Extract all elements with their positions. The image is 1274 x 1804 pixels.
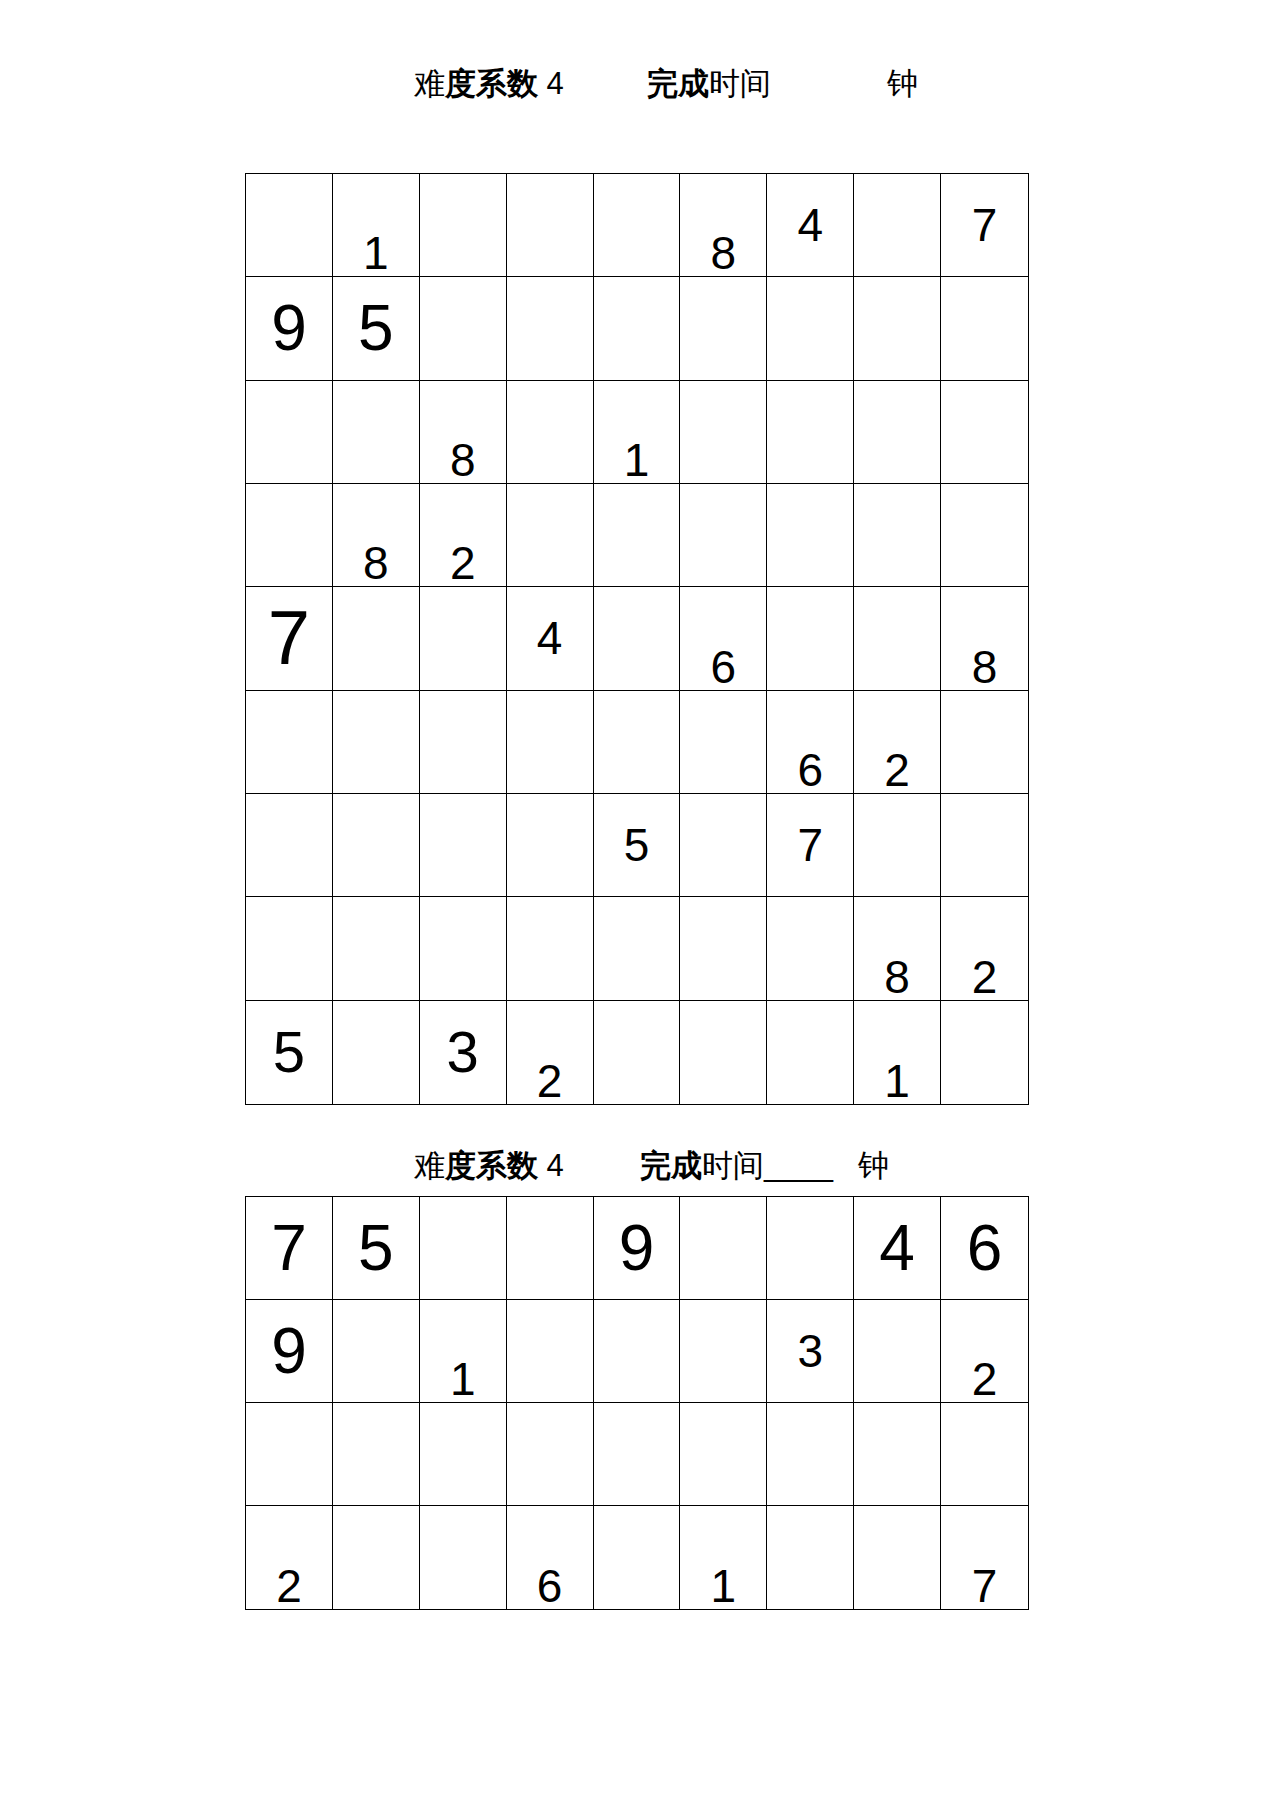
cell-r3c7 xyxy=(767,1403,854,1506)
cell-r3c3: 8 xyxy=(420,381,507,484)
cell-r1c3 xyxy=(420,1197,507,1300)
cell-r5c3 xyxy=(420,587,507,690)
cell-r8c9: 2 xyxy=(941,897,1028,1000)
cell-r4c1 xyxy=(246,484,333,587)
given-digit: 8 xyxy=(711,230,737,276)
cell-r7c7: 7 xyxy=(767,794,854,897)
cell-r2c4 xyxy=(507,277,594,380)
cell-r2c9: 2 xyxy=(941,1300,1028,1403)
cell-r1c7 xyxy=(767,1197,854,1300)
cell-r8c1 xyxy=(246,897,333,1000)
given-digit: 7 xyxy=(972,1563,998,1609)
given-digit: 5 xyxy=(273,1023,305,1081)
cell-r7c5: 5 xyxy=(594,794,681,897)
cell-r4c4: 6 xyxy=(507,1506,594,1609)
cell-r1c4 xyxy=(507,174,594,277)
cell-r2c1: 9 xyxy=(246,1300,333,1403)
given-digit: 8 xyxy=(363,540,389,586)
sudoku-grid-top: 184795818274686257825321 xyxy=(245,173,1029,1105)
cell-r3c8 xyxy=(854,381,941,484)
cell-r3c8 xyxy=(854,1403,941,1506)
cell-r3c7 xyxy=(767,381,854,484)
cell-r4c8 xyxy=(854,484,941,587)
cell-r8c4 xyxy=(507,897,594,1000)
given-digit: 5 xyxy=(358,296,394,360)
sudoku-grid-bottom: 7594691322617 xyxy=(245,1196,1029,1610)
cell-r2c5 xyxy=(594,1300,681,1403)
given-digit: 3 xyxy=(797,1328,823,1374)
minutes-label: 钟 xyxy=(887,67,918,101)
given-digit: 4 xyxy=(797,202,823,248)
cell-r3c4 xyxy=(507,381,594,484)
given-digit: 6 xyxy=(711,644,737,690)
given-digit: 4 xyxy=(879,1216,915,1280)
cell-r4c6 xyxy=(680,484,767,587)
given-digit: 3 xyxy=(447,1023,479,1081)
cell-r1c2: 1 xyxy=(333,174,420,277)
cell-r3c9 xyxy=(941,1403,1028,1506)
cell-r6c9 xyxy=(941,691,1028,794)
cell-r3c6 xyxy=(680,1403,767,1506)
cell-r8c5 xyxy=(594,897,681,1000)
cell-r2c6 xyxy=(680,277,767,380)
cell-r5c8 xyxy=(854,587,941,690)
given-digit: 9 xyxy=(619,1216,655,1280)
cell-r3c3 xyxy=(420,1403,507,1506)
difficulty-label: 难度系数 4 xyxy=(414,67,564,101)
cell-r2c5 xyxy=(594,277,681,380)
cell-r8c7 xyxy=(767,897,854,1000)
cell-r9c3: 3 xyxy=(420,1001,507,1104)
cell-r2c6 xyxy=(680,1300,767,1403)
cell-r8c8: 8 xyxy=(854,897,941,1000)
cell-r1c1 xyxy=(246,174,333,277)
cell-r4c8 xyxy=(854,1506,941,1609)
cell-r1c8: 4 xyxy=(854,1197,941,1300)
given-digit: 6 xyxy=(537,1563,563,1609)
cell-r2c3: 1 xyxy=(420,1300,507,1403)
given-digit: 4 xyxy=(537,615,563,661)
cell-r3c6 xyxy=(680,381,767,484)
cell-r7c1 xyxy=(246,794,333,897)
given-digit: 1 xyxy=(624,437,650,483)
cell-r1c1: 7 xyxy=(246,1197,333,1300)
cell-r7c2 xyxy=(333,794,420,897)
cell-r5c2 xyxy=(333,587,420,690)
cell-r6c3 xyxy=(420,691,507,794)
cell-r4c5 xyxy=(594,484,681,587)
puzzle-top-header: 难度系数 4 完成时间 钟 xyxy=(0,67,1274,107)
cell-r6c4 xyxy=(507,691,594,794)
cell-r1c4 xyxy=(507,1197,594,1300)
cell-r6c8: 2 xyxy=(854,691,941,794)
given-digit: 1 xyxy=(884,1058,910,1104)
cell-r2c1: 9 xyxy=(246,277,333,380)
cell-r5c6: 6 xyxy=(680,587,767,690)
difficulty-label: 难度系数 4 xyxy=(414,1149,564,1183)
cell-r7c6 xyxy=(680,794,767,897)
given-digit: 8 xyxy=(972,644,998,690)
given-digit: 2 xyxy=(972,954,998,1000)
cell-r6c6 xyxy=(680,691,767,794)
cell-r4c4 xyxy=(507,484,594,587)
given-digit: 5 xyxy=(358,1216,394,1280)
given-digit: 7 xyxy=(797,822,823,868)
puzzle-bottom-header: 难度系数 4 完成时间____ 钟 xyxy=(0,1149,1274,1189)
difficulty-value: 4 xyxy=(538,66,564,101)
cell-r9c6 xyxy=(680,1001,767,1104)
given-digit: 6 xyxy=(797,747,823,793)
given-digit: 8 xyxy=(884,954,910,1000)
cell-r8c3 xyxy=(420,897,507,1000)
cell-r5c1: 7 xyxy=(246,587,333,690)
given-digit: 8 xyxy=(450,437,476,483)
cell-r5c9: 8 xyxy=(941,587,1028,690)
given-digit: 1 xyxy=(450,1356,476,1402)
cell-r6c7: 6 xyxy=(767,691,854,794)
cell-r4c7 xyxy=(767,484,854,587)
cell-r5c4: 4 xyxy=(507,587,594,690)
cell-r1c9: 7 xyxy=(941,174,1028,277)
cell-r1c5: 9 xyxy=(594,1197,681,1300)
cell-r9c5 xyxy=(594,1001,681,1104)
cell-r3c4 xyxy=(507,1403,594,1506)
cell-r7c3 xyxy=(420,794,507,897)
cell-r4c9 xyxy=(941,484,1028,587)
cell-r4c7 xyxy=(767,1506,854,1609)
cell-r4c9: 7 xyxy=(941,1506,1028,1609)
cell-r6c5 xyxy=(594,691,681,794)
given-digit: 9 xyxy=(271,296,307,360)
cell-r1c8 xyxy=(854,174,941,277)
cell-r2c2: 5 xyxy=(333,277,420,380)
cell-r1c6 xyxy=(680,1197,767,1300)
cell-r9c8: 1 xyxy=(854,1001,941,1104)
given-digit: 7 xyxy=(268,600,310,676)
completion-time-label: 完成时间 xyxy=(647,67,771,101)
cell-r9c9 xyxy=(941,1001,1028,1104)
difficulty-value: 4 xyxy=(538,1148,564,1183)
cell-r4c3: 2 xyxy=(420,484,507,587)
given-digit: 7 xyxy=(972,202,998,248)
given-digit: 2 xyxy=(537,1058,563,1104)
cell-r2c7: 3 xyxy=(767,1300,854,1403)
minutes-label: 钟 xyxy=(858,1149,889,1183)
cell-r3c1 xyxy=(246,381,333,484)
cell-r2c2 xyxy=(333,1300,420,1403)
cell-r2c7 xyxy=(767,277,854,380)
cell-r3c5 xyxy=(594,1403,681,1506)
cell-r7c9 xyxy=(941,794,1028,897)
cell-r1c5 xyxy=(594,174,681,277)
cell-r7c4 xyxy=(507,794,594,897)
cell-r2c3 xyxy=(420,277,507,380)
cell-r9c4: 2 xyxy=(507,1001,594,1104)
cell-r2c8 xyxy=(854,1300,941,1403)
cell-r7c8 xyxy=(854,794,941,897)
cell-r3c2 xyxy=(333,381,420,484)
completion-time-label: 完成时间____ xyxy=(640,1149,833,1183)
cell-r2c4 xyxy=(507,1300,594,1403)
cell-r6c2 xyxy=(333,691,420,794)
cell-r4c2 xyxy=(333,1506,420,1609)
cell-r2c8 xyxy=(854,277,941,380)
worksheet-page: 难度系数 4 完成时间 钟 184795818274686257825321 难… xyxy=(0,0,1274,1804)
completion-blank-line: ____ xyxy=(764,1148,833,1183)
given-digit: 1 xyxy=(711,1563,737,1609)
cell-r1c7: 4 xyxy=(767,174,854,277)
cell-r4c6: 1 xyxy=(680,1506,767,1609)
cell-r2c9 xyxy=(941,277,1028,380)
cell-r4c5 xyxy=(594,1506,681,1609)
cell-r4c2: 8 xyxy=(333,484,420,587)
given-digit: 2 xyxy=(884,747,910,793)
cell-r5c7 xyxy=(767,587,854,690)
cell-r1c3 xyxy=(420,174,507,277)
cell-r3c2 xyxy=(333,1403,420,1506)
given-digit: 6 xyxy=(967,1216,1003,1280)
given-digit: 2 xyxy=(972,1356,998,1402)
cell-r4c1: 2 xyxy=(246,1506,333,1609)
cell-r4c3 xyxy=(420,1506,507,1609)
cell-r1c9: 6 xyxy=(941,1197,1028,1300)
given-digit: 2 xyxy=(276,1563,302,1609)
given-digit: 5 xyxy=(624,822,650,868)
given-digit: 9 xyxy=(271,1319,307,1383)
cell-r8c2 xyxy=(333,897,420,1000)
given-digit: 1 xyxy=(363,230,389,276)
given-digit: 7 xyxy=(271,1216,307,1280)
cell-r9c7 xyxy=(767,1001,854,1104)
cell-r5c5 xyxy=(594,587,681,690)
cell-r9c1: 5 xyxy=(246,1001,333,1104)
cell-r8c6 xyxy=(680,897,767,1000)
cell-r3c9 xyxy=(941,381,1028,484)
given-digit: 2 xyxy=(450,540,476,586)
cell-r1c6: 8 xyxy=(680,174,767,277)
cell-r3c1 xyxy=(246,1403,333,1506)
cell-r9c2 xyxy=(333,1001,420,1104)
cell-r1c2: 5 xyxy=(333,1197,420,1300)
cell-r3c5: 1 xyxy=(594,381,681,484)
cell-r6c1 xyxy=(246,691,333,794)
